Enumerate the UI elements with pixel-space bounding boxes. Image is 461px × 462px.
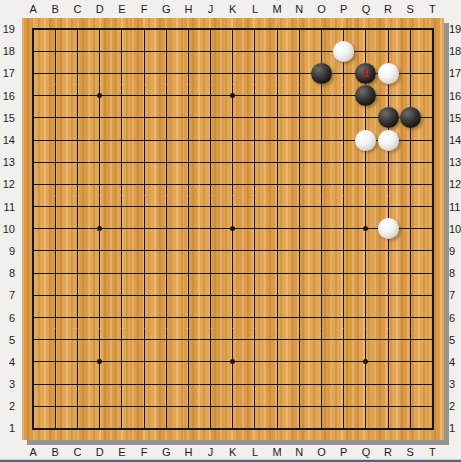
intersection-H7[interactable] <box>177 284 199 306</box>
intersection-S12[interactable] <box>399 173 421 195</box>
intersection-M7[interactable] <box>266 284 288 306</box>
intersection-G9[interactable] <box>155 240 177 262</box>
intersection-A3[interactable] <box>22 373 44 395</box>
intersection-Q14[interactable] <box>355 129 377 151</box>
intersection-E19[interactable] <box>111 18 133 40</box>
intersection-S3[interactable] <box>399 373 421 395</box>
intersection-D4[interactable] <box>89 351 111 373</box>
intersection-P4[interactable] <box>333 351 355 373</box>
intersection-N8[interactable] <box>288 262 310 284</box>
intersection-K3[interactable] <box>222 373 244 395</box>
intersection-Q1[interactable] <box>355 417 377 439</box>
intersection-G7[interactable] <box>155 284 177 306</box>
intersection-N18[interactable] <box>288 40 310 62</box>
intersection-S6[interactable] <box>399 306 421 328</box>
intersection-E18[interactable] <box>111 40 133 62</box>
intersection-E6[interactable] <box>111 306 133 328</box>
intersection-F8[interactable] <box>133 262 155 284</box>
intersection-H17[interactable] <box>177 62 199 84</box>
intersection-C2[interactable] <box>66 395 88 417</box>
intersection-G13[interactable] <box>155 151 177 173</box>
intersection-H1[interactable] <box>177 417 199 439</box>
intersection-E7[interactable] <box>111 284 133 306</box>
intersection-G16[interactable] <box>155 85 177 107</box>
intersection-K10[interactable] <box>222 218 244 240</box>
intersection-K4[interactable] <box>222 351 244 373</box>
intersection-C11[interactable] <box>66 196 88 218</box>
intersection-T2[interactable] <box>421 395 443 417</box>
intersection-K13[interactable] <box>222 151 244 173</box>
intersection-S18[interactable] <box>399 40 421 62</box>
intersection-D12[interactable] <box>89 173 111 195</box>
intersection-L14[interactable] <box>244 129 266 151</box>
intersection-M4[interactable] <box>266 351 288 373</box>
intersection-S13[interactable] <box>399 151 421 173</box>
intersection-B2[interactable] <box>44 395 66 417</box>
intersection-B3[interactable] <box>44 373 66 395</box>
intersection-L13[interactable] <box>244 151 266 173</box>
intersection-K7[interactable] <box>222 284 244 306</box>
intersection-T17[interactable] <box>421 62 443 84</box>
intersection-Q10[interactable] <box>355 218 377 240</box>
intersection-D17[interactable] <box>89 62 111 84</box>
intersection-B8[interactable] <box>44 262 66 284</box>
intersection-G1[interactable] <box>155 417 177 439</box>
intersection-B10[interactable] <box>44 218 66 240</box>
intersection-J1[interactable] <box>200 417 222 439</box>
intersection-J17[interactable] <box>200 62 222 84</box>
intersection-E3[interactable] <box>111 373 133 395</box>
intersection-J7[interactable] <box>200 284 222 306</box>
intersection-C18[interactable] <box>66 40 88 62</box>
intersection-P16[interactable] <box>333 85 355 107</box>
intersection-N14[interactable] <box>288 129 310 151</box>
intersection-D2[interactable] <box>89 395 111 417</box>
intersection-C9[interactable] <box>66 240 88 262</box>
intersection-C3[interactable] <box>66 373 88 395</box>
intersection-C14[interactable] <box>66 129 88 151</box>
intersection-C6[interactable] <box>66 306 88 328</box>
intersection-N13[interactable] <box>288 151 310 173</box>
intersection-T18[interactable] <box>421 40 443 62</box>
intersection-M3[interactable] <box>266 373 288 395</box>
intersection-Q15[interactable] <box>355 107 377 129</box>
intersection-M9[interactable] <box>266 240 288 262</box>
intersection-A7[interactable] <box>22 284 44 306</box>
intersection-P13[interactable] <box>333 151 355 173</box>
intersection-N3[interactable] <box>288 373 310 395</box>
intersection-L2[interactable] <box>244 395 266 417</box>
intersection-E14[interactable] <box>111 129 133 151</box>
intersection-B1[interactable] <box>44 417 66 439</box>
intersection-N15[interactable] <box>288 107 310 129</box>
intersection-G18[interactable] <box>155 40 177 62</box>
intersection-K16[interactable] <box>222 85 244 107</box>
intersection-M15[interactable] <box>266 107 288 129</box>
intersection-P18[interactable] <box>333 40 355 62</box>
intersection-Q19[interactable] <box>355 18 377 40</box>
intersection-R16[interactable] <box>377 85 399 107</box>
intersection-O7[interactable] <box>310 284 332 306</box>
intersection-J6[interactable] <box>200 306 222 328</box>
intersection-F9[interactable] <box>133 240 155 262</box>
intersection-L7[interactable] <box>244 284 266 306</box>
intersection-L4[interactable] <box>244 351 266 373</box>
intersection-N1[interactable] <box>288 417 310 439</box>
intersection-H5[interactable] <box>177 329 199 351</box>
intersection-J15[interactable] <box>200 107 222 129</box>
intersection-H18[interactable] <box>177 40 199 62</box>
intersection-B11[interactable] <box>44 196 66 218</box>
intersection-M17[interactable] <box>266 62 288 84</box>
intersection-P19[interactable] <box>333 18 355 40</box>
intersection-R3[interactable] <box>377 373 399 395</box>
intersection-G14[interactable] <box>155 129 177 151</box>
intersection-G11[interactable] <box>155 196 177 218</box>
intersection-R12[interactable] <box>377 173 399 195</box>
intersection-F19[interactable] <box>133 18 155 40</box>
intersection-G15[interactable] <box>155 107 177 129</box>
intersection-B14[interactable] <box>44 129 66 151</box>
intersection-J12[interactable] <box>200 173 222 195</box>
intersection-R8[interactable] <box>377 262 399 284</box>
intersection-S5[interactable] <box>399 329 421 351</box>
intersection-O4[interactable] <box>310 351 332 373</box>
intersection-L1[interactable] <box>244 417 266 439</box>
intersection-G12[interactable] <box>155 173 177 195</box>
intersection-K1[interactable] <box>222 417 244 439</box>
intersection-M10[interactable] <box>266 218 288 240</box>
intersection-N16[interactable] <box>288 85 310 107</box>
intersection-R9[interactable] <box>377 240 399 262</box>
intersection-G5[interactable] <box>155 329 177 351</box>
intersection-H6[interactable] <box>177 306 199 328</box>
intersection-C13[interactable] <box>66 151 88 173</box>
intersection-S10[interactable] <box>399 218 421 240</box>
intersection-A19[interactable] <box>22 18 44 40</box>
intersection-D14[interactable] <box>89 129 111 151</box>
intersection-H19[interactable] <box>177 18 199 40</box>
intersection-E10[interactable] <box>111 218 133 240</box>
intersection-D19[interactable] <box>89 18 111 40</box>
intersection-T9[interactable] <box>421 240 443 262</box>
intersection-P14[interactable] <box>333 129 355 151</box>
intersection-A2[interactable] <box>22 395 44 417</box>
intersection-S15[interactable] <box>399 107 421 129</box>
intersection-L16[interactable] <box>244 85 266 107</box>
intersection-S2[interactable] <box>399 395 421 417</box>
intersection-R10[interactable] <box>377 218 399 240</box>
intersection-F6[interactable] <box>133 306 155 328</box>
intersection-L19[interactable] <box>244 18 266 40</box>
intersection-O8[interactable] <box>310 262 332 284</box>
intersection-A15[interactable] <box>22 107 44 129</box>
intersection-T3[interactable] <box>421 373 443 395</box>
intersection-T5[interactable] <box>421 329 443 351</box>
intersection-N11[interactable] <box>288 196 310 218</box>
intersection-D1[interactable] <box>89 417 111 439</box>
intersection-O6[interactable] <box>310 306 332 328</box>
intersection-Q13[interactable] <box>355 151 377 173</box>
intersection-A4[interactable] <box>22 351 44 373</box>
intersection-C15[interactable] <box>66 107 88 129</box>
intersection-F3[interactable] <box>133 373 155 395</box>
intersection-B17[interactable] <box>44 62 66 84</box>
intersection-F10[interactable] <box>133 218 155 240</box>
intersection-J18[interactable] <box>200 40 222 62</box>
intersection-H2[interactable] <box>177 395 199 417</box>
intersection-G19[interactable] <box>155 18 177 40</box>
intersection-F12[interactable] <box>133 173 155 195</box>
intersection-J4[interactable] <box>200 351 222 373</box>
intersection-L3[interactable] <box>244 373 266 395</box>
intersection-T13[interactable] <box>421 151 443 173</box>
intersection-B16[interactable] <box>44 85 66 107</box>
intersection-K18[interactable] <box>222 40 244 62</box>
intersection-G6[interactable] <box>155 306 177 328</box>
intersection-J19[interactable] <box>200 18 222 40</box>
intersection-E5[interactable] <box>111 329 133 351</box>
intersection-T12[interactable] <box>421 173 443 195</box>
intersection-C1[interactable] <box>66 417 88 439</box>
intersection-O1[interactable] <box>310 417 332 439</box>
intersection-A10[interactable] <box>22 218 44 240</box>
intersection-J14[interactable] <box>200 129 222 151</box>
intersection-E9[interactable] <box>111 240 133 262</box>
intersection-D18[interactable] <box>89 40 111 62</box>
intersection-R6[interactable] <box>377 306 399 328</box>
intersection-N17[interactable] <box>288 62 310 84</box>
intersection-E8[interactable] <box>111 262 133 284</box>
intersection-P15[interactable] <box>333 107 355 129</box>
intersection-T4[interactable] <box>421 351 443 373</box>
intersection-M11[interactable] <box>266 196 288 218</box>
intersection-L17[interactable] <box>244 62 266 84</box>
intersection-J5[interactable] <box>200 329 222 351</box>
intersection-H8[interactable] <box>177 262 199 284</box>
intersection-Q2[interactable] <box>355 395 377 417</box>
intersection-Q16[interactable] <box>355 85 377 107</box>
intersection-G10[interactable] <box>155 218 177 240</box>
intersection-C19[interactable] <box>66 18 88 40</box>
intersection-B6[interactable] <box>44 306 66 328</box>
intersection-D6[interactable] <box>89 306 111 328</box>
intersection-R18[interactable] <box>377 40 399 62</box>
intersection-M16[interactable] <box>266 85 288 107</box>
intersection-F16[interactable] <box>133 85 155 107</box>
intersection-C16[interactable] <box>66 85 88 107</box>
intersection-K15[interactable] <box>222 107 244 129</box>
intersection-N9[interactable] <box>288 240 310 262</box>
intersection-N12[interactable] <box>288 173 310 195</box>
intersection-O18[interactable] <box>310 40 332 62</box>
intersection-S17[interactable] <box>399 62 421 84</box>
intersection-O2[interactable] <box>310 395 332 417</box>
intersection-E16[interactable] <box>111 85 133 107</box>
intersection-R14[interactable] <box>377 129 399 151</box>
intersection-F7[interactable] <box>133 284 155 306</box>
intersection-R11[interactable] <box>377 196 399 218</box>
intersection-M6[interactable] <box>266 306 288 328</box>
intersection-K2[interactable] <box>222 395 244 417</box>
intersection-L5[interactable] <box>244 329 266 351</box>
intersection-H11[interactable] <box>177 196 199 218</box>
intersection-Q5[interactable] <box>355 329 377 351</box>
intersection-H10[interactable] <box>177 218 199 240</box>
intersection-E13[interactable] <box>111 151 133 173</box>
intersection-P11[interactable] <box>333 196 355 218</box>
intersection-T6[interactable] <box>421 306 443 328</box>
intersection-D15[interactable] <box>89 107 111 129</box>
intersection-A16[interactable] <box>22 85 44 107</box>
intersection-H9[interactable] <box>177 240 199 262</box>
intersection-R13[interactable] <box>377 151 399 173</box>
intersection-T19[interactable] <box>421 18 443 40</box>
intersection-J11[interactable] <box>200 196 222 218</box>
intersection-R1[interactable] <box>377 417 399 439</box>
intersection-Q3[interactable] <box>355 373 377 395</box>
intersection-M8[interactable] <box>266 262 288 284</box>
intersection-D7[interactable] <box>89 284 111 306</box>
intersection-Q17[interactable]: 1 <box>355 62 377 84</box>
intersection-K12[interactable] <box>222 173 244 195</box>
intersection-A18[interactable] <box>22 40 44 62</box>
intersection-F17[interactable] <box>133 62 155 84</box>
intersection-F2[interactable] <box>133 395 155 417</box>
intersection-D3[interactable] <box>89 373 111 395</box>
intersection-A17[interactable] <box>22 62 44 84</box>
intersection-B19[interactable] <box>44 18 66 40</box>
intersection-K14[interactable] <box>222 129 244 151</box>
intersection-R15[interactable] <box>377 107 399 129</box>
intersection-T16[interactable] <box>421 85 443 107</box>
intersection-K5[interactable] <box>222 329 244 351</box>
intersection-A14[interactable] <box>22 129 44 151</box>
intersection-R5[interactable] <box>377 329 399 351</box>
intersection-R19[interactable] <box>377 18 399 40</box>
intersection-N4[interactable] <box>288 351 310 373</box>
intersection-S16[interactable] <box>399 85 421 107</box>
intersection-B13[interactable] <box>44 151 66 173</box>
intersection-C10[interactable] <box>66 218 88 240</box>
intersection-E15[interactable] <box>111 107 133 129</box>
intersection-F5[interactable] <box>133 329 155 351</box>
intersection-O12[interactable] <box>310 173 332 195</box>
intersection-P10[interactable] <box>333 218 355 240</box>
intersection-S14[interactable] <box>399 129 421 151</box>
intersection-G8[interactable] <box>155 262 177 284</box>
intersection-L15[interactable] <box>244 107 266 129</box>
intersection-C17[interactable] <box>66 62 88 84</box>
intersection-H3[interactable] <box>177 373 199 395</box>
intersection-B18[interactable] <box>44 40 66 62</box>
intersection-C5[interactable] <box>66 329 88 351</box>
intersection-B5[interactable] <box>44 329 66 351</box>
intersection-R2[interactable] <box>377 395 399 417</box>
intersection-N2[interactable] <box>288 395 310 417</box>
go-board[interactable]: 1 <box>22 18 444 440</box>
intersection-A6[interactable] <box>22 306 44 328</box>
intersection-Q9[interactable] <box>355 240 377 262</box>
intersection-L6[interactable] <box>244 306 266 328</box>
intersection-M19[interactable] <box>266 18 288 40</box>
intersection-J8[interactable] <box>200 262 222 284</box>
intersection-O17[interactable] <box>310 62 332 84</box>
intersection-L10[interactable] <box>244 218 266 240</box>
intersection-D16[interactable] <box>89 85 111 107</box>
intersection-A5[interactable] <box>22 329 44 351</box>
intersection-P12[interactable] <box>333 173 355 195</box>
intersection-N6[interactable] <box>288 306 310 328</box>
intersection-H4[interactable] <box>177 351 199 373</box>
intersection-P9[interactable] <box>333 240 355 262</box>
intersection-P1[interactable] <box>333 417 355 439</box>
intersection-F18[interactable] <box>133 40 155 62</box>
intersection-L11[interactable] <box>244 196 266 218</box>
intersection-H14[interactable] <box>177 129 199 151</box>
intersection-O10[interactable] <box>310 218 332 240</box>
intersection-T14[interactable] <box>421 129 443 151</box>
intersection-P7[interactable] <box>333 284 355 306</box>
intersection-K17[interactable] <box>222 62 244 84</box>
intersection-B9[interactable] <box>44 240 66 262</box>
intersection-P3[interactable] <box>333 373 355 395</box>
intersection-M13[interactable] <box>266 151 288 173</box>
intersection-Q4[interactable] <box>355 351 377 373</box>
intersection-A13[interactable] <box>22 151 44 173</box>
intersection-S19[interactable] <box>399 18 421 40</box>
intersection-S8[interactable] <box>399 262 421 284</box>
intersection-P17[interactable] <box>333 62 355 84</box>
intersection-R4[interactable] <box>377 351 399 373</box>
intersection-Q18[interactable] <box>355 40 377 62</box>
intersection-G17[interactable] <box>155 62 177 84</box>
intersection-C4[interactable] <box>66 351 88 373</box>
intersection-J10[interactable] <box>200 218 222 240</box>
intersection-J16[interactable] <box>200 85 222 107</box>
intersection-F4[interactable] <box>133 351 155 373</box>
intersection-L12[interactable] <box>244 173 266 195</box>
intersection-A12[interactable] <box>22 173 44 195</box>
intersection-O9[interactable] <box>310 240 332 262</box>
intersection-T10[interactable] <box>421 218 443 240</box>
intersection-F15[interactable] <box>133 107 155 129</box>
intersection-Q6[interactable] <box>355 306 377 328</box>
intersection-G2[interactable] <box>155 395 177 417</box>
intersection-T15[interactable] <box>421 107 443 129</box>
intersection-T11[interactable] <box>421 196 443 218</box>
intersection-Q7[interactable] <box>355 284 377 306</box>
intersection-D8[interactable] <box>89 262 111 284</box>
intersection-E4[interactable] <box>111 351 133 373</box>
intersection-S9[interactable] <box>399 240 421 262</box>
intersection-K19[interactable] <box>222 18 244 40</box>
intersection-N10[interactable] <box>288 218 310 240</box>
intersection-E2[interactable] <box>111 395 133 417</box>
intersection-L8[interactable] <box>244 262 266 284</box>
intersection-S11[interactable] <box>399 196 421 218</box>
intersection-J9[interactable] <box>200 240 222 262</box>
intersection-M18[interactable] <box>266 40 288 62</box>
intersection-F11[interactable] <box>133 196 155 218</box>
intersection-O19[interactable] <box>310 18 332 40</box>
intersection-O15[interactable] <box>310 107 332 129</box>
intersection-A8[interactable] <box>22 262 44 284</box>
intersection-D5[interactable] <box>89 329 111 351</box>
intersection-S1[interactable] <box>399 417 421 439</box>
intersection-F1[interactable] <box>133 417 155 439</box>
intersection-D9[interactable] <box>89 240 111 262</box>
